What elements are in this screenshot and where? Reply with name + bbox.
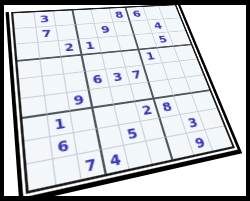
sudoku-board: 38679421516379128653749 bbox=[11, 4, 235, 194]
cell-r2c1 bbox=[15, 27, 38, 44]
cell-r9c1 bbox=[26, 160, 55, 191]
image-frame: 38679421516379128653749 bbox=[0, 0, 250, 201]
cell-r2c2: 7 bbox=[36, 26, 59, 43]
cell-r1c1 bbox=[13, 12, 36, 28]
cell-r1c2: 3 bbox=[34, 11, 56, 27]
cell-r1c9 bbox=[159, 5, 180, 19]
cell-r9c2 bbox=[53, 155, 82, 184]
